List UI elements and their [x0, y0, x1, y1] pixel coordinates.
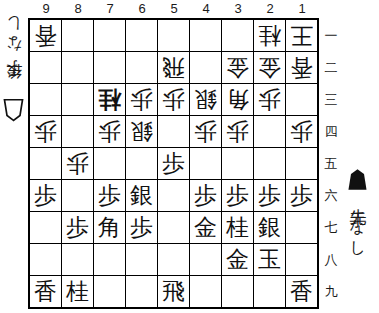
square-7-1[interactable]: [94, 20, 125, 51]
shogi-board: 香桂王飛金金香桂歩歩銀角歩歩歩銀歩歩歩歩歩歩歩銀歩歩歩歩歩角歩金桂銀金玉香桂飛香: [28, 18, 319, 309]
rank-label: 二: [323, 52, 339, 84]
square-4-9[interactable]: [190, 276, 221, 307]
piece-sente-歩[interactable]: 歩: [158, 148, 189, 179]
square-4-3[interactable]: 銀: [190, 84, 221, 115]
piece-gote-飛[interactable]: 飛: [158, 52, 189, 83]
piece-sente-桂[interactable]: 桂: [222, 212, 253, 243]
piece-gote-銀[interactable]: 銀: [190, 84, 221, 115]
square-3-9[interactable]: [222, 276, 253, 307]
square-3-6[interactable]: 歩: [222, 180, 253, 211]
gote-hand: 後手 なし: [2, 20, 26, 123]
square-3-3[interactable]: 角: [222, 84, 253, 115]
rank-label: 一: [323, 20, 339, 52]
square-6-5[interactable]: [126, 148, 157, 179]
file-label: 7: [94, 1, 126, 17]
square-8-1[interactable]: [62, 20, 93, 51]
rank-label: 三: [323, 84, 339, 116]
square-9-2[interactable]: [30, 52, 61, 83]
square-4-4[interactable]: 歩: [190, 116, 221, 147]
piece-gote-歩[interactable]: 歩: [94, 116, 125, 147]
piece-sente-角[interactable]: 角: [94, 212, 125, 243]
piece-gote-歩[interactable]: 歩: [30, 116, 61, 147]
square-6-1[interactable]: [126, 20, 157, 51]
sente-hand-value: なし: [346, 208, 370, 251]
piece-gote-金[interactable]: 金: [222, 52, 253, 83]
square-3-1[interactable]: [222, 20, 253, 51]
square-2-8[interactable]: 玉: [254, 244, 285, 275]
square-5-3[interactable]: 歩: [158, 84, 189, 115]
square-1-2[interactable]: 香: [286, 52, 317, 83]
square-1-6[interactable]: 歩: [286, 180, 317, 211]
square-4-1[interactable]: [190, 20, 221, 51]
square-7-6[interactable]: 歩: [94, 180, 125, 211]
file-label: 9: [30, 1, 62, 17]
square-5-9[interactable]: 飛: [158, 276, 189, 307]
square-2-3[interactable]: 歩: [254, 84, 285, 115]
piece-sente-歩[interactable]: 歩: [62, 212, 93, 243]
piece-gote-歩[interactable]: 歩: [254, 84, 285, 115]
rank-label: 八: [323, 244, 339, 276]
square-6-6[interactable]: 銀: [126, 180, 157, 211]
square-4-2[interactable]: [190, 52, 221, 83]
piece-sente-歩[interactable]: 歩: [286, 180, 317, 211]
rank-labels: 一二三四五六七八九: [323, 20, 339, 308]
square-6-8[interactable]: [126, 244, 157, 275]
file-label: 8: [62, 1, 94, 17]
sente-label: 先手: [346, 195, 370, 201]
piece-gote-歩[interactable]: 歩: [158, 84, 189, 115]
piece-gote-歩[interactable]: 歩: [286, 116, 317, 147]
file-label: 3: [222, 1, 254, 17]
piece-sente-金[interactable]: 金: [190, 212, 221, 243]
square-6-4[interactable]: 銀: [126, 116, 157, 147]
square-9-8[interactable]: [30, 244, 61, 275]
square-1-8[interactable]: [286, 244, 317, 275]
square-5-4[interactable]: [158, 116, 189, 147]
square-5-7[interactable]: [158, 212, 189, 243]
piece-sente-銀[interactable]: 銀: [254, 212, 285, 243]
square-3-4[interactable]: 歩: [222, 116, 253, 147]
square-8-5[interactable]: 歩: [62, 148, 93, 179]
square-1-1[interactable]: 王: [286, 20, 317, 51]
piece-gote-香[interactable]: 香: [286, 52, 317, 83]
piece-gote-角[interactable]: 角: [222, 84, 253, 115]
square-4-8[interactable]: [190, 244, 221, 275]
square-8-6[interactable]: [62, 180, 93, 211]
sente-piece-icon: [347, 167, 368, 192]
square-3-8[interactable]: 金: [222, 244, 253, 275]
file-label: 5: [158, 1, 190, 17]
square-4-5[interactable]: [190, 148, 221, 179]
square-6-7[interactable]: 歩: [126, 212, 157, 243]
square-1-9[interactable]: 香: [286, 276, 317, 307]
piece-sente-銀[interactable]: 銀: [126, 180, 157, 211]
piece-gote-桂[interactable]: 桂: [254, 20, 285, 51]
piece-sente-金[interactable]: 金: [222, 244, 253, 275]
rank-label: 七: [323, 212, 339, 244]
piece-sente-歩[interactable]: 歩: [30, 180, 61, 211]
piece-gote-歩[interactable]: 歩: [222, 116, 253, 147]
piece-gote-金[interactable]: 金: [254, 52, 285, 83]
piece-gote-歩[interactable]: 歩: [190, 116, 221, 147]
piece-sente-歩[interactable]: 歩: [126, 212, 157, 243]
rank-label: 五: [323, 148, 339, 180]
square-8-7[interactable]: 歩: [62, 212, 93, 243]
sente-hand: 先手 なし: [344, 167, 371, 251]
piece-gote-歩[interactable]: 歩: [126, 84, 157, 115]
square-8-9[interactable]: 桂: [62, 276, 93, 307]
square-8-8[interactable]: [62, 244, 93, 275]
square-5-5[interactable]: 歩: [158, 148, 189, 179]
piece-sente-歩[interactable]: 歩: [190, 180, 221, 211]
square-1-5[interactable]: [286, 148, 317, 179]
square-7-7[interactable]: 角: [94, 212, 125, 243]
square-7-2[interactable]: [94, 52, 125, 83]
piece-sente-歩[interactable]: 歩: [94, 180, 125, 211]
square-9-5[interactable]: [30, 148, 61, 179]
piece-sente-玉[interactable]: 玉: [254, 244, 285, 275]
piece-sente-歩[interactable]: 歩: [222, 180, 253, 211]
square-9-3[interactable]: [30, 84, 61, 115]
square-2-4[interactable]: [254, 116, 285, 147]
square-8-4[interactable]: [62, 116, 93, 147]
piece-sente-飛[interactable]: 飛: [158, 276, 189, 307]
square-9-9[interactable]: 香: [30, 276, 61, 307]
square-2-2[interactable]: 金: [254, 52, 285, 83]
square-5-6[interactable]: [158, 180, 189, 211]
file-label: 2: [254, 1, 286, 17]
square-3-2[interactable]: 金: [222, 52, 253, 83]
file-label: 1: [286, 1, 318, 17]
square-2-1[interactable]: 桂: [254, 20, 285, 51]
square-5-8[interactable]: [158, 244, 189, 275]
square-8-2[interactable]: [62, 52, 93, 83]
piece-sente-歩[interactable]: 歩: [254, 180, 285, 211]
square-4-6[interactable]: 歩: [190, 180, 221, 211]
square-2-7[interactable]: 銀: [254, 212, 285, 243]
square-7-5[interactable]: [94, 148, 125, 179]
square-7-9[interactable]: [94, 276, 125, 307]
file-label: 4: [190, 1, 222, 17]
gote-label: 後手: [2, 87, 26, 93]
gote-hand-value: なし: [2, 20, 26, 63]
piece-gote-銀[interactable]: 銀: [126, 116, 157, 147]
file-label: 6: [126, 1, 158, 17]
square-9-1[interactable]: 香: [30, 20, 61, 51]
piece-gote-桂[interactable]: 桂: [94, 84, 125, 115]
square-8-3[interactable]: [62, 84, 93, 115]
square-3-7[interactable]: 桂: [222, 212, 253, 243]
square-4-7[interactable]: 金: [190, 212, 221, 243]
rank-label: 六: [323, 180, 339, 212]
piece-sente-桂[interactable]: 桂: [62, 276, 93, 307]
piece-sente-香[interactable]: 香: [286, 276, 317, 307]
piece-gote-香[interactable]: 香: [30, 20, 61, 51]
piece-gote-王[interactable]: 王: [286, 20, 317, 51]
square-9-7[interactable]: [30, 212, 61, 243]
piece-sente-香[interactable]: 香: [30, 276, 61, 307]
square-7-3[interactable]: 桂: [94, 84, 125, 115]
square-5-1[interactable]: [158, 20, 189, 51]
square-1-3[interactable]: [286, 84, 317, 115]
file-labels: 987654321: [30, 1, 318, 17]
square-6-2[interactable]: [126, 52, 157, 83]
rank-label: 九: [323, 276, 339, 308]
gote-piece-icon: [4, 98, 25, 123]
rank-label: 四: [323, 116, 339, 148]
square-9-6[interactable]: 歩: [30, 180, 61, 211]
square-3-5[interactable]: [222, 148, 253, 179]
square-2-5[interactable]: [254, 148, 285, 179]
square-6-9[interactable]: [126, 276, 157, 307]
square-7-8[interactable]: [94, 244, 125, 275]
square-1-4[interactable]: 歩: [286, 116, 317, 147]
piece-gote-歩[interactable]: 歩: [62, 148, 93, 179]
square-5-2[interactable]: 飛: [158, 52, 189, 83]
square-9-4[interactable]: 歩: [30, 116, 61, 147]
square-2-6[interactable]: 歩: [254, 180, 285, 211]
square-2-9[interactable]: [254, 276, 285, 307]
square-6-3[interactable]: 歩: [126, 84, 157, 115]
square-7-4[interactable]: 歩: [94, 116, 125, 147]
square-1-7[interactable]: [286, 212, 317, 243]
